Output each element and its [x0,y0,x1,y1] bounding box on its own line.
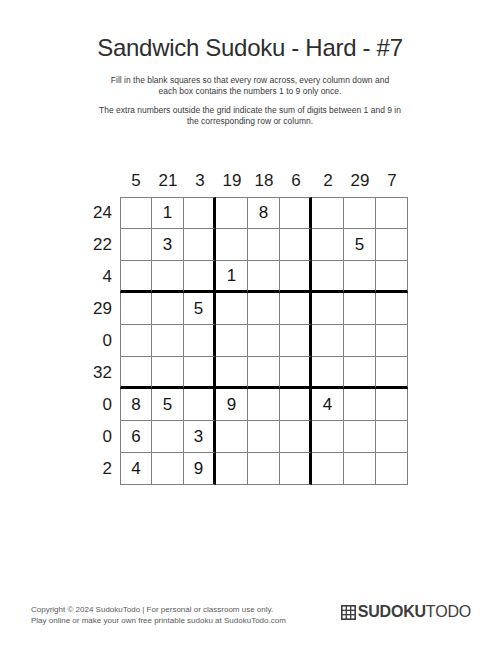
brand-logo: SUDOKU TODO [341,602,471,622]
sudoku-cell-r7c2[interactable]: 5 [152,389,184,421]
sudoku-cell-r2c5[interactable] [248,229,280,261]
sudoku-cell-r5c3[interactable] [184,325,216,357]
sudoku-cell-r3c4[interactable]: 1 [216,261,248,293]
sudoku-cell-r2c8[interactable]: 5 [344,229,376,261]
sudoku-cell-r9c7[interactable] [312,453,344,485]
sudoku-cell-r1c6[interactable] [280,197,312,229]
corner-spacer [88,167,120,197]
sudoku-cell-r5c5[interactable] [248,325,280,357]
sudoku-cell-r5c9[interactable] [376,325,408,357]
instructions-paragraph-2: The extra numbers outside the grid indic… [0,105,500,126]
column-clue-8: 29 [344,167,376,197]
row-clue-9: 2 [88,453,120,485]
sudoku-cell-r4c3[interactable]: 5 [184,293,216,325]
sudoku-cell-r5c4[interactable] [216,325,248,357]
sudoku-cell-r4c2[interactable] [152,293,184,325]
sudoku-cell-r6c5[interactable] [248,357,280,389]
instructions-p1-line1: Fill in the blank squares so that every … [0,75,500,86]
sudoku-cell-r1c5[interactable]: 8 [248,197,280,229]
sudoku-cell-r2c6[interactable] [280,229,312,261]
sudoku-cell-r5c2[interactable] [152,325,184,357]
grid-logo-icon [341,605,356,620]
sudoku-cell-r7c3[interactable] [184,389,216,421]
brand-name-bold: SUDOKU [358,603,426,621]
sudoku-cell-r9c5[interactable] [248,453,280,485]
sudoku-cell-r1c2[interactable]: 1 [152,197,184,229]
sudoku-cell-r5c1[interactable] [120,325,152,357]
sudoku-cell-r7c7[interactable]: 4 [312,389,344,421]
sudoku-cell-r4c4[interactable] [216,293,248,325]
sudoku-cell-r8c7[interactable] [312,421,344,453]
sudoku-cell-r5c8[interactable] [344,325,376,357]
sudoku-cell-r2c4[interactable] [216,229,248,261]
brand-name-light: TODO [426,603,471,621]
sudoku-cell-r2c2[interactable]: 3 [152,229,184,261]
sudoku-cell-r1c8[interactable] [344,197,376,229]
sudoku-cell-r9c4[interactable] [216,453,248,485]
sudoku-cell-r3c6[interactable] [280,261,312,293]
sudoku-cell-r8c6[interactable] [280,421,312,453]
sudoku-cell-r3c2[interactable] [152,261,184,293]
sudoku-cell-r8c2[interactable] [152,421,184,453]
footer-copyright: Copyright © 2024 SudokuTodo | For person… [31,605,286,626]
row-clue-7: 0 [88,389,120,421]
sudoku-cell-r6c1[interactable] [120,357,152,389]
sudoku-cell-r2c1[interactable] [120,229,152,261]
column-clue-1: 5 [120,167,152,197]
row-clue-6: 32 [88,357,120,389]
sudoku-cell-r7c5[interactable] [248,389,280,421]
column-clue-6: 6 [280,167,312,197]
instructions-p1-line2: each box contains the numbers 1 to 9 onl… [0,86,500,97]
sudoku-cell-r3c8[interactable] [344,261,376,293]
sudoku-cell-r4c7[interactable] [312,293,344,325]
sudoku-cell-r3c7[interactable] [312,261,344,293]
column-clue-2: 21 [152,167,184,197]
page-title: Sandwich Sudoku - Hard - #7 [0,34,500,62]
sudoku-cell-r3c3[interactable] [184,261,216,293]
sudoku-cell-r6c7[interactable] [312,357,344,389]
sudoku-cell-r8c9[interactable] [376,421,408,453]
column-clue-4: 19 [216,167,248,197]
column-clue-7: 2 [312,167,344,197]
sudoku-cell-r4c8[interactable] [344,293,376,325]
sudoku-cell-r4c1[interactable] [120,293,152,325]
row-clue-4: 29 [88,293,120,325]
row-clue-2: 22 [88,229,120,261]
sudoku-cell-r1c7[interactable] [312,197,344,229]
sudoku-cell-r1c3[interactable] [184,197,216,229]
sudoku-cell-r9c8[interactable] [344,453,376,485]
row-clue-5: 0 [88,325,120,357]
sudoku-cell-r6c8[interactable] [344,357,376,389]
sudoku-cell-r7c4[interactable]: 9 [216,389,248,421]
sudoku-cell-r9c2[interactable] [152,453,184,485]
sudoku-cell-r4c6[interactable] [280,293,312,325]
sudoku-cell-r3c1[interactable] [120,261,152,293]
sudoku-cell-r1c9[interactable] [376,197,408,229]
sudoku-cell-r1c1[interactable] [120,197,152,229]
sudoku-cell-r3c9[interactable] [376,261,408,293]
sudoku-cell-r5c7[interactable] [312,325,344,357]
sudoku-cell-r9c3[interactable]: 9 [184,453,216,485]
row-clue-1: 24 [88,197,120,229]
column-clue-3: 3 [184,167,216,197]
sudoku-cell-r7c8[interactable] [344,389,376,421]
instructions-paragraph-1: Fill in the blank squares so that every … [0,75,500,96]
footer-copyright-line1: Copyright © 2024 SudokuTodo | For person… [31,605,286,616]
sudoku-cell-r6c2[interactable] [152,357,184,389]
sudoku-cell-r2c7[interactable] [312,229,344,261]
sudoku-cell-r8c4[interactable] [216,421,248,453]
sudoku-cell-r9c6[interactable] [280,453,312,485]
sudoku-cell-r8c8[interactable] [344,421,376,453]
sudoku-cell-r2c3[interactable] [184,229,216,261]
sudoku-cell-r8c1[interactable]: 6 [120,421,152,453]
instructions-p2-line2: the corresponding row or column. [0,116,500,127]
sudoku-cell-r2c9[interactable] [376,229,408,261]
column-clue-5: 18 [248,167,280,197]
sudoku-board: 5213191862297241822354129503208594063249 [88,167,408,485]
sudoku-cell-r6c3[interactable] [184,357,216,389]
sudoku-cell-r8c3[interactable]: 3 [184,421,216,453]
sudoku-cell-r7c1[interactable]: 8 [120,389,152,421]
sudoku-cell-r1c4[interactable] [216,197,248,229]
row-clue-8: 0 [88,421,120,453]
column-clue-9: 7 [376,167,408,197]
sudoku-cell-r7c6[interactable] [280,389,312,421]
puzzle-page: Sandwich Sudoku - Hard - #7 Fill in the … [0,0,500,647]
sudoku-cell-r6c4[interactable] [216,357,248,389]
sudoku-cell-r6c6[interactable] [280,357,312,389]
sudoku-cell-r8c5[interactable] [248,421,280,453]
sudoku-cell-r4c5[interactable] [248,293,280,325]
sudoku-cell-r9c9[interactable] [376,453,408,485]
sudoku-cell-r3c5[interactable] [248,261,280,293]
sudoku-cell-r4c9[interactable] [376,293,408,325]
sudoku-cell-r7c9[interactable] [376,389,408,421]
footer-copyright-line2: Play online or make your own free printa… [31,616,286,627]
row-clue-3: 4 [88,261,120,293]
sudoku-cell-r5c6[interactable] [280,325,312,357]
instructions-p2-line1: The extra numbers outside the grid indic… [0,105,500,116]
sudoku-cell-r6c9[interactable] [376,357,408,389]
sudoku-cell-r9c1[interactable]: 4 [120,453,152,485]
